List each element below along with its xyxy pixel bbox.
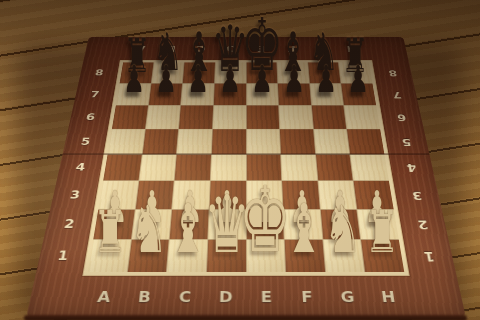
chess-photo-scene: ABCDEFGH ABCDEFGH 87654321 87654321 ♜♞♝♛… (0, 0, 480, 320)
rank-label-right-5: 5 (384, 129, 429, 154)
square-a4[interactable] (103, 154, 141, 180)
file-label-bottom-e: E (246, 283, 287, 312)
file-label-bottom-f: F (286, 283, 328, 312)
rank-label-left-7: 7 (73, 83, 115, 105)
rank-label-right-2: 2 (398, 209, 448, 239)
piece-black-pawn-a7[interactable]: ♟ (123, 61, 145, 98)
rank-label-left-1: 1 (36, 239, 88, 272)
square-g6[interactable] (312, 106, 347, 129)
rank-label-left-6: 6 (68, 106, 112, 130)
rank-label-left-3: 3 (50, 181, 99, 209)
rank-label-left-2: 2 (44, 209, 94, 239)
square-c4[interactable] (175, 154, 211, 180)
square-c5[interactable] (177, 129, 212, 153)
piece-black-pawn-h7[interactable]: ♟ (347, 61, 369, 98)
rank-label-left-5: 5 (63, 129, 108, 154)
piece-white-knight-g1[interactable]: ♞ (324, 198, 362, 263)
square-b5[interactable] (142, 129, 178, 153)
square-a6[interactable] (112, 106, 148, 129)
piece-white-knight-b1[interactable]: ♞ (130, 198, 168, 263)
file-label-bottom-a: A (81, 283, 126, 312)
file-label-bottom-h: H (366, 283, 411, 312)
piece-black-pawn-b7[interactable]: ♟ (155, 61, 177, 98)
piece-black-pawn-c7[interactable]: ♟ (187, 61, 209, 98)
rank-label-right-1: 1 (403, 239, 455, 272)
piece-white-bishop-f1[interactable]: ♝ (285, 196, 324, 264)
square-g5[interactable] (314, 129, 350, 153)
square-f5[interactable] (280, 129, 315, 153)
piece-white-rook-a1[interactable]: ♜ (93, 204, 127, 263)
square-c6[interactable] (179, 106, 213, 129)
piece-black-pawn-g7[interactable]: ♟ (315, 61, 337, 98)
piece-black-pawn-f7[interactable]: ♟ (283, 61, 305, 98)
rank-label-left-8: 8 (78, 62, 119, 83)
file-label-bottom-g: G (326, 283, 370, 312)
rank-label-right-7: 7 (376, 83, 418, 105)
piece-white-bishop-c1[interactable]: ♝ (168, 196, 207, 264)
square-d6[interactable] (213, 106, 246, 129)
square-e5[interactable] (246, 129, 280, 153)
rank-label-right-6: 6 (380, 106, 424, 130)
file-label-bottom-d: D (205, 283, 246, 312)
file-label-bottom-c: C (164, 283, 206, 312)
square-g4[interactable] (316, 154, 353, 180)
square-b4[interactable] (139, 154, 176, 180)
rank-label-right-3: 3 (393, 181, 442, 209)
rank-label-right-4: 4 (389, 154, 436, 181)
file-labels-bottom: ABCDEFGH (81, 283, 411, 312)
square-h5[interactable] (347, 129, 384, 153)
square-a5[interactable] (108, 129, 145, 153)
square-e6[interactable] (246, 106, 279, 129)
piece-white-rook-h1[interactable]: ♜ (365, 204, 399, 263)
rank-label-left-4: 4 (57, 154, 104, 181)
square-h4[interactable] (351, 154, 389, 180)
piece-black-pawn-d7[interactable]: ♟ (219, 61, 241, 98)
square-h6[interactable] (344, 106, 380, 129)
square-b6[interactable] (146, 106, 181, 129)
square-f6[interactable] (279, 106, 313, 129)
piece-black-pawn-e7[interactable]: ♟ (251, 61, 273, 98)
rank-label-right-8: 8 (373, 62, 414, 83)
square-d5[interactable] (212, 129, 246, 153)
board-front-edge (24, 315, 467, 320)
file-label-bottom-b: B (122, 283, 166, 312)
